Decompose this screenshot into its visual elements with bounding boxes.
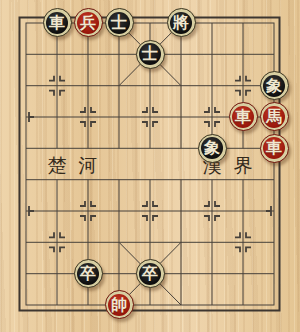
piece-red-horse[interactable]: 馬 [260, 102, 289, 131]
piece-red-general[interactable]: 帥 [105, 290, 134, 319]
piece-black-chariot[interactable]: 車 [43, 8, 72, 37]
piece-black-elephant[interactable]: 象 [198, 134, 227, 163]
piece-red-chariot[interactable]: 車 [229, 102, 258, 131]
xiangqi-board: 楚 河 漢 界 車兵士將士象車馬象車卒卒帥 [0, 0, 300, 332]
piece-grid[interactable]: 車兵士將士象車馬象車卒卒帥 [11, 7, 290, 320]
piece-black-advisor[interactable]: 士 [105, 8, 134, 37]
piece-glyph: 士 [142, 46, 158, 62]
piece-glyph: 車 [49, 15, 65, 31]
piece-glyph: 將 [173, 15, 189, 31]
piece-red-chariot[interactable]: 車 [260, 134, 289, 163]
piece-glyph: 卒 [80, 266, 96, 282]
piece-glyph: 士 [111, 15, 127, 31]
piece-glyph: 車 [266, 140, 282, 156]
piece-red-soldier[interactable]: 兵 [74, 8, 103, 37]
piece-glyph: 帥 [111, 297, 127, 313]
piece-black-general[interactable]: 將 [167, 8, 196, 37]
piece-glyph: 馬 [266, 109, 282, 125]
piece-glyph: 象 [266, 78, 282, 94]
piece-black-soldier[interactable]: 卒 [74, 259, 103, 288]
piece-glyph: 象 [204, 140, 220, 156]
piece-glyph: 兵 [80, 15, 96, 31]
piece-glyph: 車 [235, 109, 251, 125]
piece-black-soldier[interactable]: 卒 [136, 259, 165, 288]
piece-black-advisor[interactable]: 士 [136, 40, 165, 69]
piece-glyph: 卒 [142, 266, 158, 282]
piece-black-elephant[interactable]: 象 [260, 71, 289, 100]
